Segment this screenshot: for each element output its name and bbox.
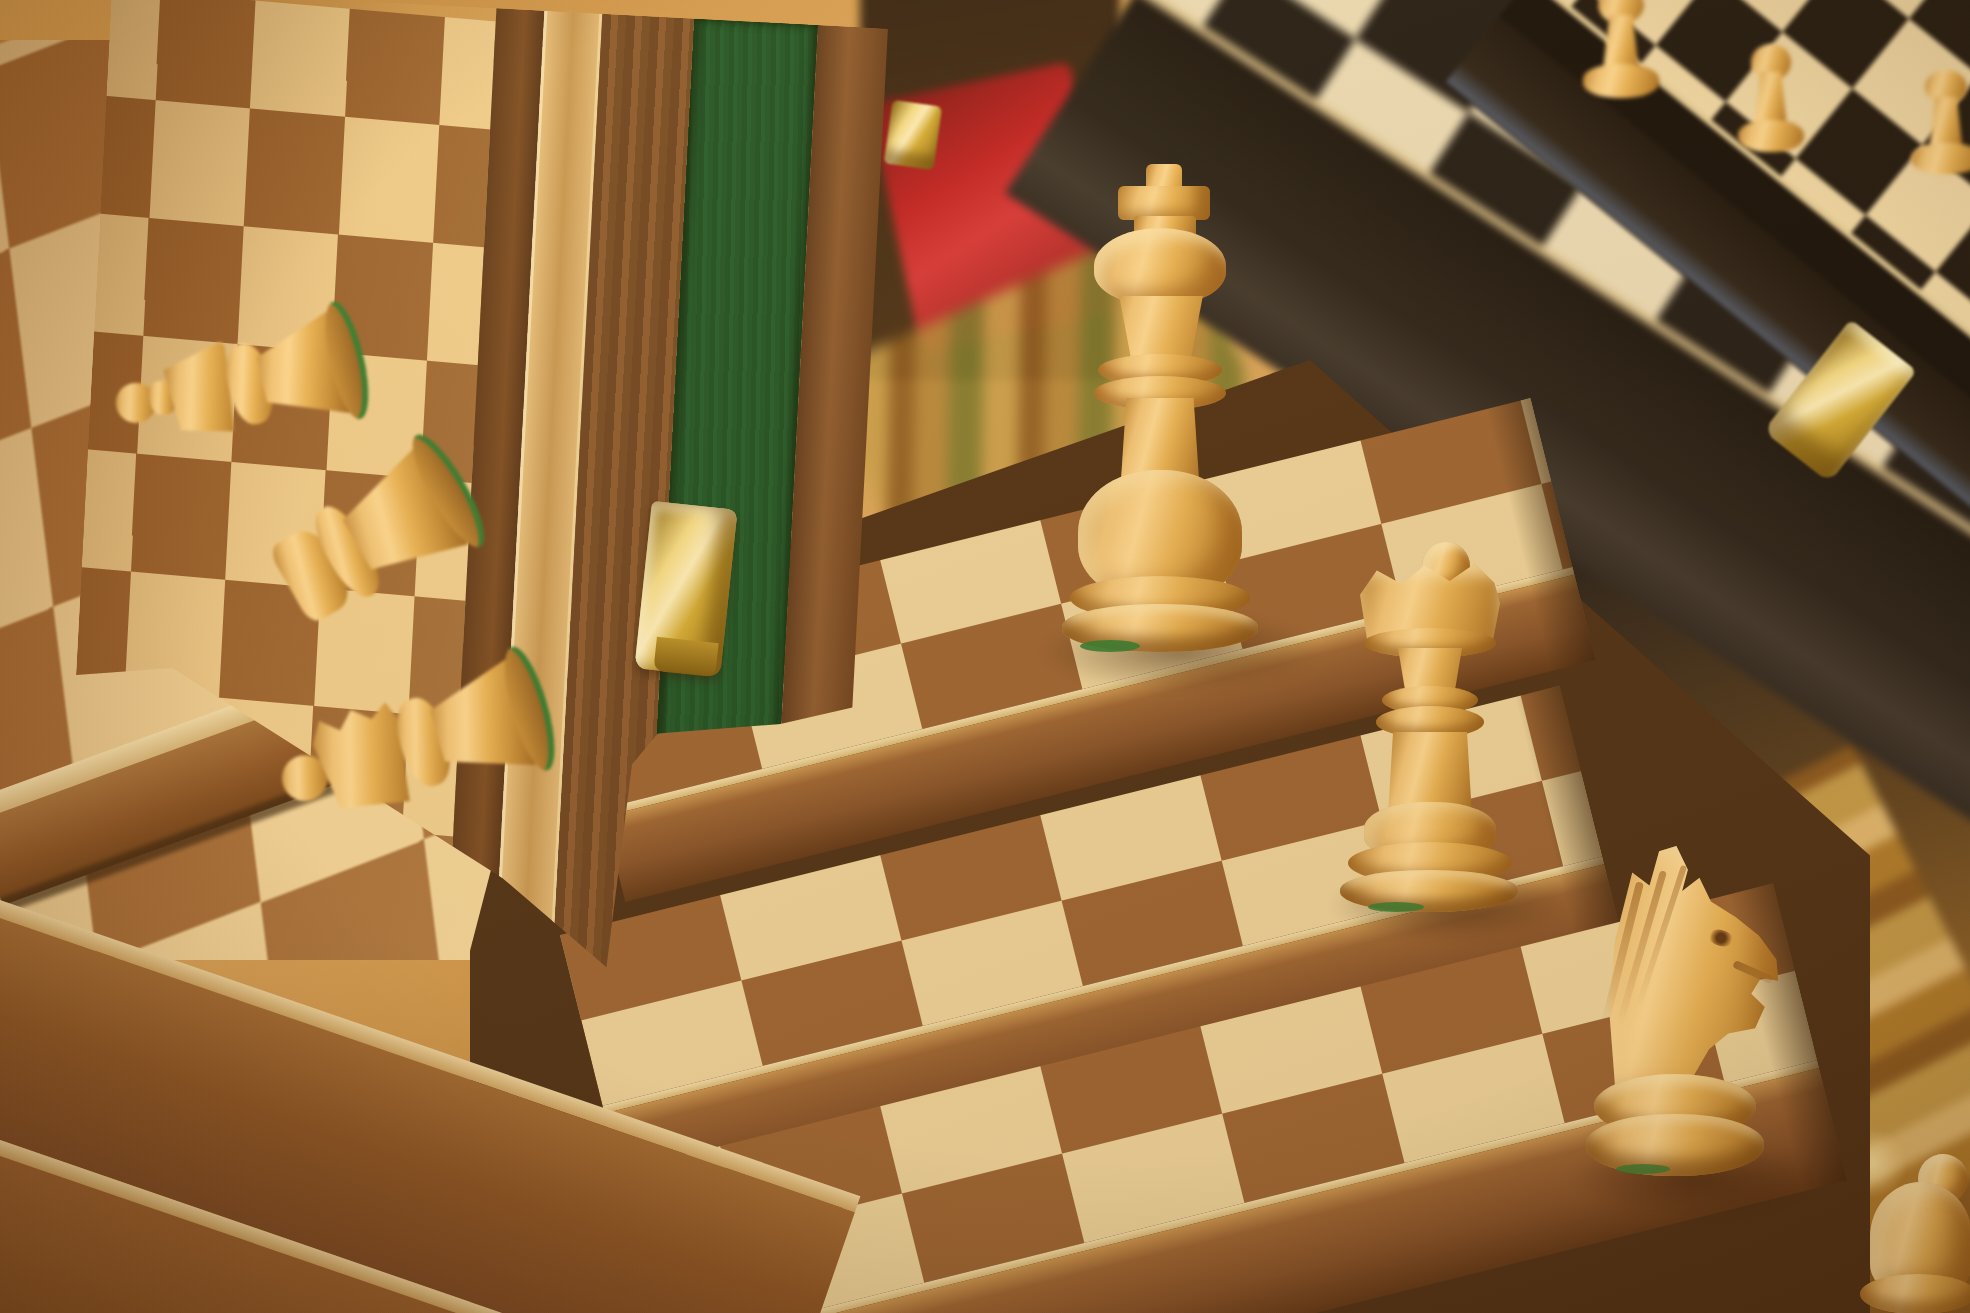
pawn-body xyxy=(1929,97,1962,149)
pawn-body xyxy=(1755,72,1787,126)
king-cross-horizontal xyxy=(1118,186,1210,220)
white-bishop-piece-partial xyxy=(1856,1148,1970,1313)
case-pawn-1 xyxy=(1580,0,1662,98)
case-pawn-3 xyxy=(1908,70,1970,174)
pawn-base xyxy=(1911,143,1970,174)
knight-base-felt xyxy=(1616,1164,1670,1174)
king-base-felt xyxy=(1080,640,1140,652)
pawn-base xyxy=(1583,64,1658,98)
knight-base-disc xyxy=(1586,1114,1764,1176)
bishop-collar xyxy=(1860,1274,1970,1313)
brass-hinge xyxy=(884,100,942,170)
white-king-piece xyxy=(1050,158,1270,654)
queen-base-disc xyxy=(1340,870,1518,912)
pawn-body xyxy=(1603,15,1639,71)
chess-shop-photo xyxy=(0,0,1970,1313)
white-knight-piece xyxy=(1582,846,1786,1194)
queen-base-felt xyxy=(1368,902,1424,912)
white-queen-piece xyxy=(1338,540,1520,912)
case-pawn-2 xyxy=(1735,44,1807,152)
king-crown-dome xyxy=(1094,228,1226,304)
pawn-base xyxy=(1738,120,1804,152)
brass-clasp-hook xyxy=(653,637,718,677)
